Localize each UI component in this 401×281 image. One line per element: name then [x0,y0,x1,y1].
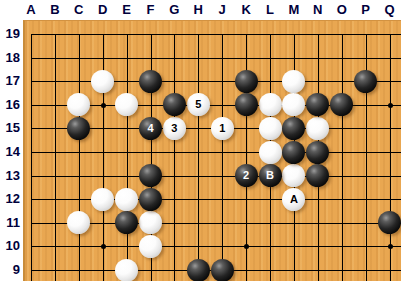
stone-black-L13[interactable]: B [259,164,282,187]
stone-white-M17[interactable] [282,70,305,93]
stone-white-L15[interactable] [259,117,282,140]
stone-black-F13[interactable] [139,164,162,187]
row-label-12: 12 [0,191,21,207]
col-label-B: B [45,2,65,18]
grid-vline-J [222,34,223,281]
grid-hline-13 [31,176,401,177]
row-label-11: 11 [0,215,21,231]
grid-vline-B [55,34,56,281]
stone-white-J15[interactable]: 1 [211,117,234,140]
col-label-F: F [141,2,161,18]
grid-hline-19 [31,34,401,35]
col-label-J: J [212,2,232,18]
col-label-K: K [236,2,256,18]
stone-white-H16[interactable]: 5 [187,93,210,116]
col-label-M: M [284,2,304,18]
go-board: ABCDEFGHJKLMNOPQ191817161514131211109531… [0,0,401,281]
star-point-Q16 [388,103,393,108]
row-label-18: 18 [0,50,21,66]
stone-white-E9[interactable] [115,259,138,281]
col-label-N: N [308,2,328,18]
row-label-14: 14 [0,144,21,160]
grid-hline-10 [31,246,401,247]
stone-white-D17[interactable] [91,70,114,93]
col-label-O: O [332,2,352,18]
row-label-19: 19 [0,26,21,42]
grid-vline-G [174,34,175,281]
row-label-13: 13 [0,168,21,184]
stone-black-J9[interactable] [211,259,234,281]
stone-black-P17[interactable] [354,70,377,93]
grid-hline-12 [31,199,401,200]
stone-black-F15[interactable]: 4 [139,117,162,140]
row-label-17: 17 [0,73,21,89]
grid-hline-17 [31,81,401,82]
col-label-E: E [117,2,137,18]
stone-white-E12[interactable] [115,188,138,211]
star-point-D16 [101,103,106,108]
row-label-16: 16 [0,97,21,113]
stone-black-M14[interactable] [282,141,305,164]
grid-vline-A [31,34,32,281]
row-label-9: 9 [0,262,21,278]
stone-white-D12[interactable] [91,188,114,211]
col-label-L: L [260,2,280,18]
row-label-10: 10 [0,238,21,254]
col-label-A: A [21,2,41,18]
col-label-P: P [356,2,376,18]
stone-black-H9[interactable] [187,259,210,281]
col-label-G: G [164,2,184,18]
grid-hline-18 [31,58,401,59]
col-label-C: C [69,2,89,18]
grid-hline-14 [31,152,401,153]
stone-black-K17[interactable] [235,70,258,93]
col-label-Q: Q [380,2,400,18]
stone-white-L16[interactable] [259,93,282,116]
stone-black-K16[interactable] [235,93,258,116]
stone-black-N14[interactable] [306,141,329,164]
stone-white-L14[interactable] [259,141,282,164]
star-point-Q10 [388,244,393,249]
stone-white-M12[interactable]: A [282,188,305,211]
stone-black-F17[interactable] [139,70,162,93]
grid-vline-H [198,34,199,281]
row-label-15: 15 [0,120,21,136]
grid-vline-C [79,34,80,281]
col-label-H: H [188,2,208,18]
grid-vline-E [127,34,128,281]
col-label-D: D [93,2,113,18]
grid-vline-O [342,34,343,281]
stone-white-F10[interactable] [139,235,162,258]
stone-black-K13[interactable]: 2 [235,164,258,187]
stone-white-G15[interactable]: 3 [163,117,186,140]
stone-black-F12[interactable] [139,188,162,211]
